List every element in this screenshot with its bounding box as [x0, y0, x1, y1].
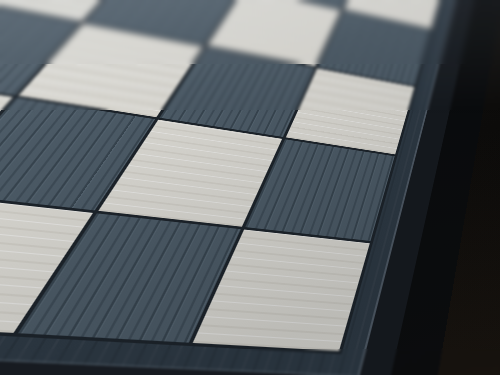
board-grid — [0, 0, 476, 354]
chessboard-photo — [0, 0, 500, 375]
chess-board — [0, 0, 488, 375]
